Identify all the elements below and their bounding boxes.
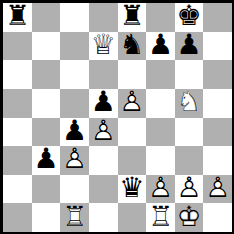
- white-rook-outline-icon: ♖: [60, 203, 89, 231]
- black-pawn-icon: ♟: [60, 117, 89, 145]
- piece-white-rook[interactable]: ♜♖: [60, 203, 89, 232]
- black-knight-icon: ♞: [118, 31, 147, 59]
- white-pawn-outline-icon: ♙: [89, 117, 118, 145]
- black-pawn-icon: ♟: [175, 31, 204, 59]
- square-f1[interactable]: ♜♖: [146, 203, 175, 232]
- piece-black-knight[interactable]: ♞: [118, 32, 147, 61]
- black-pawn-icon: ♟: [32, 146, 61, 174]
- square-e5[interactable]: ♟♙: [118, 89, 147, 118]
- square-a5[interactable]: [3, 89, 32, 118]
- square-a2[interactable]: [3, 175, 32, 204]
- white-king-outline-icon: ♔: [175, 203, 204, 231]
- square-e4[interactable]: [118, 118, 147, 147]
- piece-white-queen[interactable]: ♛♕: [89, 32, 118, 61]
- black-pawn-icon: ♟: [146, 31, 175, 59]
- square-a3[interactable]: [3, 146, 32, 175]
- square-g7[interactable]: ♟: [175, 32, 204, 61]
- square-b6[interactable]: [32, 60, 61, 89]
- white-pawn-outline-icon: ♙: [60, 146, 89, 174]
- square-h8[interactable]: [203, 3, 232, 32]
- black-king-icon: ♚: [175, 2, 204, 30]
- square-e1[interactable]: [118, 203, 147, 232]
- square-e2[interactable]: ♛: [118, 175, 147, 204]
- square-a7[interactable]: [3, 32, 32, 61]
- piece-white-pawn[interactable]: ♟♙: [60, 146, 89, 175]
- square-f6[interactable]: [146, 60, 175, 89]
- square-c6[interactable]: [60, 60, 89, 89]
- square-g5[interactable]: ♞♘: [175, 89, 204, 118]
- square-g1[interactable]: ♚♔: [175, 203, 204, 232]
- square-b3[interactable]: ♟: [32, 146, 61, 175]
- square-b2[interactable]: [32, 175, 61, 204]
- square-g4[interactable]: [175, 118, 204, 147]
- white-pawn-outline-icon: ♙: [175, 174, 204, 202]
- piece-white-pawn[interactable]: ♟♙: [118, 89, 147, 118]
- square-c1[interactable]: ♜♖: [60, 203, 89, 232]
- square-a1[interactable]: [3, 203, 32, 232]
- black-queen-icon: ♛: [118, 174, 147, 202]
- black-rook-icon: ♜: [3, 2, 32, 30]
- square-b1[interactable]: [32, 203, 61, 232]
- square-h6[interactable]: [203, 60, 232, 89]
- square-a8[interactable]: ♜: [3, 3, 32, 32]
- white-rook-outline-icon: ♖: [146, 203, 175, 231]
- square-d4[interactable]: ♟♙: [89, 118, 118, 147]
- square-f5[interactable]: [146, 89, 175, 118]
- square-c8[interactable]: [60, 3, 89, 32]
- piece-black-queen[interactable]: ♛: [118, 175, 147, 204]
- white-queen-outline-icon: ♕: [89, 31, 118, 59]
- square-b5[interactable]: [32, 89, 61, 118]
- square-h7[interactable]: [203, 32, 232, 61]
- square-c7[interactable]: [60, 32, 89, 61]
- chess-board-frame: ♜♜♚♛♕♞♟♟♟♟♙♞♘♟♟♙♟♟♙♛♟♙♟♙♟♙♜♖♜♖♚♔: [0, 0, 234, 234]
- piece-white-king[interactable]: ♚♔: [175, 203, 204, 232]
- square-d2[interactable]: [89, 175, 118, 204]
- black-rook-icon: ♜: [118, 2, 147, 30]
- white-pawn-outline-icon: ♙: [118, 88, 147, 116]
- square-b8[interactable]: [32, 3, 61, 32]
- piece-white-knight[interactable]: ♞♘: [175, 89, 204, 118]
- square-f4[interactable]: [146, 118, 175, 147]
- square-h4[interactable]: [203, 118, 232, 147]
- square-a4[interactable]: [3, 118, 32, 147]
- piece-white-rook[interactable]: ♜♖: [146, 203, 175, 232]
- square-d7[interactable]: ♛♕: [89, 32, 118, 61]
- square-c3[interactable]: ♟♙: [60, 146, 89, 175]
- square-b7[interactable]: [32, 32, 61, 61]
- square-e7[interactable]: ♞: [118, 32, 147, 61]
- square-h1[interactable]: [203, 203, 232, 232]
- piece-black-pawn[interactable]: ♟: [175, 32, 204, 61]
- piece-black-pawn[interactable]: ♟: [146, 32, 175, 61]
- piece-white-pawn[interactable]: ♟♙: [89, 118, 118, 147]
- square-f7[interactable]: ♟: [146, 32, 175, 61]
- black-pawn-icon: ♟: [89, 88, 118, 116]
- piece-white-pawn[interactable]: ♟♙: [203, 175, 232, 204]
- white-pawn-outline-icon: ♙: [203, 174, 232, 202]
- square-d1[interactable]: [89, 203, 118, 232]
- white-knight-outline-icon: ♘: [175, 88, 204, 116]
- white-pawn-outline-icon: ♙: [146, 174, 175, 202]
- chess-board: ♜♜♚♛♕♞♟♟♟♟♙♞♘♟♟♙♟♟♙♛♟♙♟♙♟♙♜♖♜♖♚♔: [3, 3, 232, 232]
- square-h2[interactable]: ♟♙: [203, 175, 232, 204]
- piece-black-pawn[interactable]: ♟: [32, 146, 61, 175]
- square-h5[interactable]: [203, 89, 232, 118]
- piece-black-rook[interactable]: ♜: [3, 3, 32, 32]
- square-a6[interactable]: [3, 60, 32, 89]
- square-d3[interactable]: [89, 146, 118, 175]
